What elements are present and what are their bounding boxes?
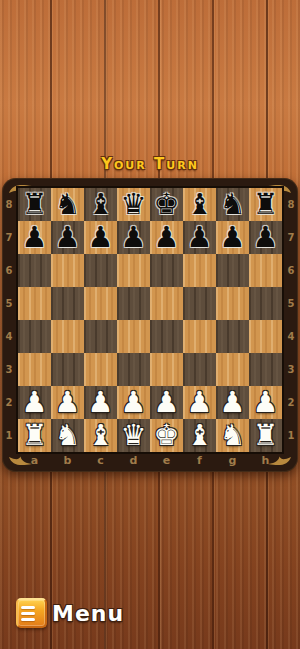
black-knight[interactable]: ♞: [216, 188, 249, 221]
square-c4[interactable]: [84, 320, 117, 353]
menu-button-label: Menu: [52, 601, 124, 626]
square-f7[interactable]: ♟: [183, 221, 216, 254]
square-h2[interactable]: ♟: [249, 386, 282, 419]
square-b6[interactable]: [51, 254, 84, 287]
square-f1[interactable]: ♝: [183, 419, 216, 452]
square-b2[interactable]: ♟: [51, 386, 84, 419]
black-pawn[interactable]: ♟: [150, 221, 183, 254]
file-label-f: f: [183, 453, 216, 469]
white-pawn[interactable]: ♟: [84, 386, 117, 419]
white-queen[interactable]: ♛: [117, 419, 150, 452]
square-h4[interactable]: [249, 320, 282, 353]
square-a6[interactable]: [18, 254, 51, 287]
square-c7[interactable]: ♟: [84, 221, 117, 254]
rank-label-2: 2: [285, 386, 297, 419]
file-label-a: a: [18, 453, 51, 469]
black-pawn[interactable]: ♟: [183, 221, 216, 254]
black-queen[interactable]: ♛: [117, 188, 150, 221]
rank-label-5: 5: [3, 287, 15, 320]
square-b7[interactable]: ♟: [51, 221, 84, 254]
square-b8[interactable]: ♞: [51, 188, 84, 221]
square-e1[interactable]: ♚: [150, 419, 183, 452]
square-g5[interactable]: [216, 287, 249, 320]
white-pawn[interactable]: ♟: [183, 386, 216, 419]
square-g4[interactable]: [216, 320, 249, 353]
square-d3[interactable]: [117, 353, 150, 386]
black-pawn[interactable]: ♟: [117, 221, 150, 254]
rank-label-1: 1: [285, 419, 297, 452]
square-d5[interactable]: [117, 287, 150, 320]
rank-label-8: 8: [285, 188, 297, 221]
square-e4[interactable]: [150, 320, 183, 353]
menu-button[interactable]: Menu: [16, 596, 124, 630]
black-knight[interactable]: ♞: [51, 188, 84, 221]
white-knight[interactable]: ♞: [51, 419, 84, 452]
square-f8[interactable]: ♝: [183, 188, 216, 221]
square-b5[interactable]: [51, 287, 84, 320]
square-f5[interactable]: [183, 287, 216, 320]
square-g2[interactable]: ♟: [216, 386, 249, 419]
square-f6[interactable]: [183, 254, 216, 287]
square-e6[interactable]: [150, 254, 183, 287]
hamburger-menu-icon: [16, 598, 47, 628]
square-d1[interactable]: ♛: [117, 419, 150, 452]
square-d8[interactable]: ♛: [117, 188, 150, 221]
black-king[interactable]: ♚: [150, 188, 183, 221]
square-g7[interactable]: ♟: [216, 221, 249, 254]
file-label-b: b: [51, 453, 84, 469]
white-bishop[interactable]: ♝: [183, 419, 216, 452]
square-h1[interactable]: ♜: [249, 419, 282, 452]
square-e7[interactable]: ♟: [150, 221, 183, 254]
square-c1[interactable]: ♝: [84, 419, 117, 452]
white-bishop[interactable]: ♝: [84, 419, 117, 452]
board-frame: ♜♞♝♛♚♝♞♜♟♟♟♟♟♟♟♟♟♟♟♟♟♟♟♟♜♞♝♛♚♝♞♜ 8877665…: [2, 178, 298, 472]
rank-label-4: 4: [3, 320, 15, 353]
black-pawn[interactable]: ♟: [84, 221, 117, 254]
square-g1[interactable]: ♞: [216, 419, 249, 452]
square-d6[interactable]: [117, 254, 150, 287]
square-b3[interactable]: [51, 353, 84, 386]
square-a5[interactable]: [18, 287, 51, 320]
rank-label-5: 5: [285, 287, 297, 320]
square-e3[interactable]: [150, 353, 183, 386]
rank-label-6: 6: [3, 254, 15, 287]
square-g3[interactable]: [216, 353, 249, 386]
rank-label-3: 3: [285, 353, 297, 386]
square-c6[interactable]: [84, 254, 117, 287]
black-bishop[interactable]: ♝: [183, 188, 216, 221]
square-a3[interactable]: [18, 353, 51, 386]
rank-label-6: 6: [285, 254, 297, 287]
black-bishop[interactable]: ♝: [84, 188, 117, 221]
square-d7[interactable]: ♟: [117, 221, 150, 254]
square-c3[interactable]: [84, 353, 117, 386]
square-a2[interactable]: ♟: [18, 386, 51, 419]
square-h8[interactable]: ♜: [249, 188, 282, 221]
square-h7[interactable]: ♟: [249, 221, 282, 254]
rank-label-4: 4: [285, 320, 297, 353]
square-h5[interactable]: [249, 287, 282, 320]
white-king[interactable]: ♚: [150, 419, 183, 452]
square-d4[interactable]: [117, 320, 150, 353]
white-knight[interactable]: ♞: [216, 419, 249, 452]
square-d2[interactable]: ♟: [117, 386, 150, 419]
file-label-d: d: [117, 453, 150, 469]
file-label-e: e: [150, 453, 183, 469]
black-pawn[interactable]: ♟: [249, 221, 282, 254]
square-f3[interactable]: [183, 353, 216, 386]
rank-label-7: 7: [285, 221, 297, 254]
black-pawn[interactable]: ♟: [18, 221, 51, 254]
file-label-g: g: [216, 453, 249, 469]
rank-label-2: 2: [3, 386, 15, 419]
square-h3[interactable]: [249, 353, 282, 386]
white-pawn[interactable]: ♟: [150, 386, 183, 419]
file-label-h: h: [249, 453, 282, 469]
white-pawn[interactable]: ♟: [249, 386, 282, 419]
square-a8[interactable]: ♜: [18, 188, 51, 221]
white-pawn[interactable]: ♟: [117, 386, 150, 419]
square-c8[interactable]: ♝: [84, 188, 117, 221]
black-rook[interactable]: ♜: [18, 188, 51, 221]
white-pawn[interactable]: ♟: [216, 386, 249, 419]
square-f4[interactable]: [183, 320, 216, 353]
turn-status-text: Your Turn: [0, 155, 300, 173]
white-pawn[interactable]: ♟: [18, 386, 51, 419]
square-c5[interactable]: [84, 287, 117, 320]
square-h6[interactable]: [249, 254, 282, 287]
black-pawn[interactable]: ♟: [216, 221, 249, 254]
white-rook[interactable]: ♜: [249, 419, 282, 452]
rank-label-7: 7: [3, 221, 15, 254]
square-b1[interactable]: ♞: [51, 419, 84, 452]
rank-label-1: 1: [3, 419, 15, 452]
square-b4[interactable]: [51, 320, 84, 353]
square-a7[interactable]: ♟: [18, 221, 51, 254]
board-grid: ♜♞♝♛♚♝♞♜♟♟♟♟♟♟♟♟♟♟♟♟♟♟♟♟♜♞♝♛♚♝♞♜: [16, 186, 284, 454]
black-pawn[interactable]: ♟: [51, 221, 84, 254]
square-e8[interactable]: ♚: [150, 188, 183, 221]
square-g6[interactable]: [216, 254, 249, 287]
square-a4[interactable]: [18, 320, 51, 353]
square-g8[interactable]: ♞: [216, 188, 249, 221]
rank-label-3: 3: [3, 353, 15, 386]
square-c2[interactable]: ♟: [84, 386, 117, 419]
square-e2[interactable]: ♟: [150, 386, 183, 419]
square-f2[interactable]: ♟: [183, 386, 216, 419]
file-label-c: c: [84, 453, 117, 469]
white-pawn[interactable]: ♟: [51, 386, 84, 419]
rank-label-8: 8: [3, 188, 15, 221]
square-a1[interactable]: ♜: [18, 419, 51, 452]
black-rook[interactable]: ♜: [249, 188, 282, 221]
square-e5[interactable]: [150, 287, 183, 320]
white-rook[interactable]: ♜: [18, 419, 51, 452]
